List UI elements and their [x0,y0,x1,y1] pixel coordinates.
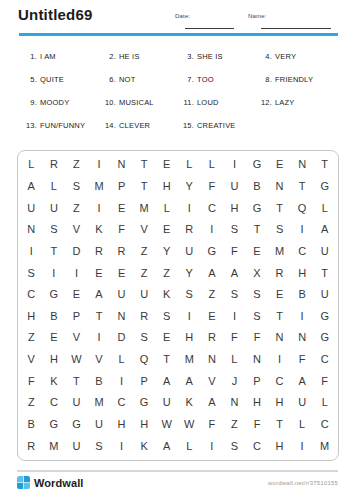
grid-cell: Q [291,197,314,219]
word-number: 2. [101,52,116,61]
grid-cell: W [178,414,201,436]
grid-cell: R [133,305,156,327]
grid-cell: H [246,392,269,414]
word-number: 11. [179,98,194,107]
word-label: TOO [197,75,214,84]
word-label: HE IS [119,52,140,61]
word-label: FUN/FUNNY [40,121,85,130]
grid-cell: E [65,284,88,306]
grid-cell: Z [20,327,43,349]
word-label: NOT [119,75,135,84]
grid-cell: I [43,262,66,284]
grid-cell: E [155,219,178,241]
grid-cell: E [155,154,178,176]
grid-cell: M [178,349,201,371]
grid-cell: U [65,435,88,457]
grid-cell: S [88,435,111,457]
grid-cell: G [313,305,336,327]
grid-cell: K [133,435,156,457]
grid-cell: L [155,197,178,219]
grid-cell: U [178,241,201,263]
grid-cell: F [201,414,224,436]
word-list: 1.I AM2.HE IS3.SHE IS4.VERY5.QUITE6.NOT7… [22,45,336,137]
grid-cell: E [268,154,291,176]
word-label: LAZY [275,98,295,107]
word-label: I AM [40,52,56,61]
word-list-item: 1.I AM [22,52,101,61]
word-number: 10. [101,98,116,107]
grid-cell: U [313,241,336,263]
grid-cell: C [291,241,314,263]
grid-cell: I [110,435,133,457]
grid-cell: U [223,176,246,198]
grid-cell: I [65,262,88,284]
grid-cell: C [313,349,336,371]
grid-cell: N [291,327,314,349]
grid-cell: I [291,305,314,327]
grid-cell: M [313,435,336,457]
grid-cell: G [201,241,224,263]
grid-cell: L [223,349,246,371]
grid-cell: K [88,219,111,241]
grid-cell: S [246,305,269,327]
grid-cell: H [223,197,246,219]
grid-cell: B [291,284,314,306]
grid-cell: V [201,370,224,392]
grid-cell: S [223,219,246,241]
grid-cell: T [313,262,336,284]
grid-cell: V [133,219,156,241]
grid-cell: T [246,219,269,241]
grid-cell: E [110,262,133,284]
grid-cell: G [133,392,156,414]
brand-name: Wordwall [34,477,84,489]
grid-cell: S [133,327,156,349]
grid-cell: Z [223,414,246,436]
grid-cell: K [155,284,178,306]
grid-cell: D [65,241,88,263]
grid-cell: C [20,284,43,306]
grid-cell: A [291,370,314,392]
grid-cell: E [43,327,66,349]
grid-cell: H [268,435,291,457]
grid-cell: U [65,392,88,414]
word-label: FRIENDLY [275,75,313,84]
grid-cell: M [88,392,111,414]
grid-cell: S [43,219,66,241]
grid-cell: L [43,176,66,198]
grid-cell: P [246,370,269,392]
grid-cell: U [110,284,133,306]
grid-cell: T [43,241,66,263]
grid-cell: S [20,262,43,284]
grid-cell: F [313,370,336,392]
grid-cell: L [201,154,224,176]
grid-cell: T [155,349,178,371]
grid-cell: W [65,349,88,371]
grid-cell: C [246,435,269,457]
word-list-item: 14.CLEVER [101,121,179,130]
grid-cell: M [268,241,291,263]
grid-cell: U [20,197,43,219]
word-label: SHE IS [197,52,223,61]
date-fill-line [185,28,234,29]
grid-cell: Z [133,241,156,263]
word-number: 6. [101,75,116,84]
grid-cell: T [133,176,156,198]
grid-cell: L [110,349,133,371]
grid-cell: N [291,154,314,176]
grid-cell: H [178,327,201,349]
grid-cell: K [43,370,66,392]
word-number: 12. [257,98,272,107]
brand-lockup: Wordwall [17,476,84,489]
grid-cell: P [110,176,133,198]
grid-cell: N [201,349,224,371]
grid-cell: E [110,197,133,219]
grid-cell: N [110,305,133,327]
grid-cell: T [268,414,291,436]
grid-cell: Z [65,154,88,176]
grid-cell: T [133,154,156,176]
word-label: CREATIVE [197,121,236,130]
grid-cell: F [20,370,43,392]
header-accent-divider [19,33,338,36]
grid-cell: F [110,219,133,241]
page-title: Untitled69 [18,6,93,23]
grid-cell: A [155,370,178,392]
grid-cell: S [223,435,246,457]
grid-cell: R [110,241,133,263]
grid-cell: F [246,327,269,349]
grid-cell: G [65,414,88,436]
grid-cell: U [88,414,111,436]
grid-cell: P [133,370,156,392]
word-list-item: 13.FUN/FUNNY [22,121,101,130]
grid-cell: R [268,262,291,284]
word-list-item: 9.MOODY [22,98,101,107]
grid-cell: E [268,284,291,306]
grid-cell: N [246,349,269,371]
grid-cell: J [223,370,246,392]
grid-cell: I [223,154,246,176]
grid-cell: A [178,370,201,392]
word-list-item: 3.SHE IS [179,52,257,61]
grid-cell: F [246,414,269,436]
grid-cell: V [20,349,43,371]
grid-cell: G [43,284,66,306]
grid-cell: N [268,327,291,349]
grid-cell: E [155,327,178,349]
grid-cell: Z [133,262,156,284]
word-list-item: 8.FRIENDLY [257,75,336,84]
grid-cell: Y [155,241,178,263]
grid-cell: B [88,370,111,392]
grid-cell: U [291,392,314,414]
grid-cell: I [88,327,111,349]
grid-cell: L [291,414,314,436]
word-number: 8. [257,75,272,84]
grid-cell: A [155,435,178,457]
grid-cell: I [201,435,224,457]
name-fill-line [261,28,331,29]
grid-cell: R [20,435,43,457]
grid-cell: W [155,414,178,436]
grid-cell: M [43,435,66,457]
grid-cell: S [223,284,246,306]
grid-cell: D [110,327,133,349]
grid-cell: A [313,219,336,241]
word-search-grid: LRZINTELLIGENTALSMPTHYFUBNTGUUZIEMLICHGT… [17,150,339,461]
grid-cell: L [313,197,336,219]
word-label: MOODY [40,98,69,107]
grid-cell: N [268,176,291,198]
grid-cell: I [291,219,314,241]
grid-cell: H [268,392,291,414]
grid-cell: L [313,392,336,414]
grid-cell: R [43,154,66,176]
grid-cell: I [291,435,314,457]
grid-cell: C [43,392,66,414]
wordwall-logo-icon [17,476,30,489]
grid-cell: E [246,241,269,263]
grid-cell: G [313,327,336,349]
grid-cell: Y [178,176,201,198]
grid-cell: T [268,197,291,219]
word-number: 9. [22,98,37,107]
word-number: 13. [22,121,37,130]
grid-cell: U [133,284,156,306]
word-number: 14. [101,121,116,130]
grid-cell: P [65,305,88,327]
footer-url: wordwall.net/r/37510155 [268,480,338,486]
grid-cell: T [65,370,88,392]
grid-cell: E [88,262,111,284]
grid-cell: M [133,197,156,219]
grid-cell: U [155,392,178,414]
grid-cell: C [110,392,133,414]
word-number: 7. [179,75,194,84]
grid-cell: I [178,197,201,219]
grid-cell: I [268,349,291,371]
grid-cell: Z [155,262,178,284]
grid-cell: H [43,349,66,371]
word-label: LOUD [197,98,219,107]
grid-cell: H [291,262,314,284]
grid-cell: S [155,305,178,327]
word-list-item: 7.TOO [179,75,257,84]
grid-cell: L [20,154,43,176]
grid-cell: U [43,197,66,219]
grid-cell: G [43,414,66,436]
grid-cell: B [20,414,43,436]
word-list-item: 11.LOUD [179,98,257,107]
word-list-item: 12.LAZY [257,98,336,107]
grid-cell: I [88,154,111,176]
grid-cell: C [201,197,224,219]
grid-cell: B [43,305,66,327]
footer-divider [17,470,338,472]
grid-cell: S [65,176,88,198]
grid-cell: X [246,262,269,284]
word-label: VERY [275,52,296,61]
word-number: 3. [179,52,194,61]
grid-cell: V [88,349,111,371]
grid-cell: Z [65,197,88,219]
word-number: 5. [22,75,37,84]
word-number: 15. [179,121,194,130]
grid-cell: I [178,305,201,327]
grid-cell: M [88,176,111,198]
grid-cell: H [155,176,178,198]
grid-cell: F [223,327,246,349]
grid-cell: H [133,414,156,436]
grid-cell: A [201,262,224,284]
word-label: QUITE [40,75,64,84]
word-list-item: 15.CREATIVE [179,121,257,130]
grid-cell: C [268,370,291,392]
grid-cell: Z [20,392,43,414]
grid-cell: H [20,305,43,327]
grid-cell: I [223,305,246,327]
grid-cell: V [65,219,88,241]
grid-cell: S [268,219,291,241]
grid-cell: F [201,176,224,198]
word-list-item: 5.QUITE [22,75,101,84]
grid-cell: V [65,327,88,349]
grid-cell: T [268,305,291,327]
grid-cell: G [246,197,269,219]
grid-cell: Y [178,262,201,284]
word-label: CLEVER [119,121,150,130]
grid-cell: R [201,327,224,349]
word-label: MUSICAL [119,98,154,107]
grid-cell: T [88,305,111,327]
grid-cell: I [201,219,224,241]
name-label: Name: [248,13,267,19]
grid-cell: G [313,176,336,198]
grid-cell: K [178,392,201,414]
grid-cell: N [20,219,43,241]
grid-cell: N [223,392,246,414]
grid-cell: F [223,241,246,263]
word-number: 4. [257,52,272,61]
grid-cell: I [20,241,43,263]
word-list-item: 6.NOT [101,75,179,84]
word-list-item: 4.VERY [257,52,336,61]
grid-cell: R [88,241,111,263]
grid-cell: I [88,197,111,219]
grid-cell: Q [133,349,156,371]
grid-cell: U [313,284,336,306]
grid-cell: A [223,262,246,284]
grid-cell: I [110,370,133,392]
grid-cell: N [110,154,133,176]
grid-cell: A [88,284,111,306]
grid-cell: S [178,284,201,306]
grid-cell: Z [201,284,224,306]
word-list-item: 2.HE IS [101,52,179,61]
grid-cell: F [291,349,314,371]
grid-cell: A [20,176,43,198]
grid-cell: H [110,414,133,436]
grid-cell: B [246,176,269,198]
grid-cell: E [201,305,224,327]
word-list-item: 10.MUSICAL [101,98,179,107]
grid-cell: T [291,176,314,198]
grid-cell: A [201,392,224,414]
grid-cell: G [246,154,269,176]
grid-cell: L [178,435,201,457]
grid-cell: R [178,219,201,241]
grid-cell: S [246,284,269,306]
grid-cell: T [313,154,336,176]
grid-cell: L [178,154,201,176]
grid-cell: C [313,414,336,436]
word-number: 1. [22,52,37,61]
date-label: Date: [175,13,190,19]
